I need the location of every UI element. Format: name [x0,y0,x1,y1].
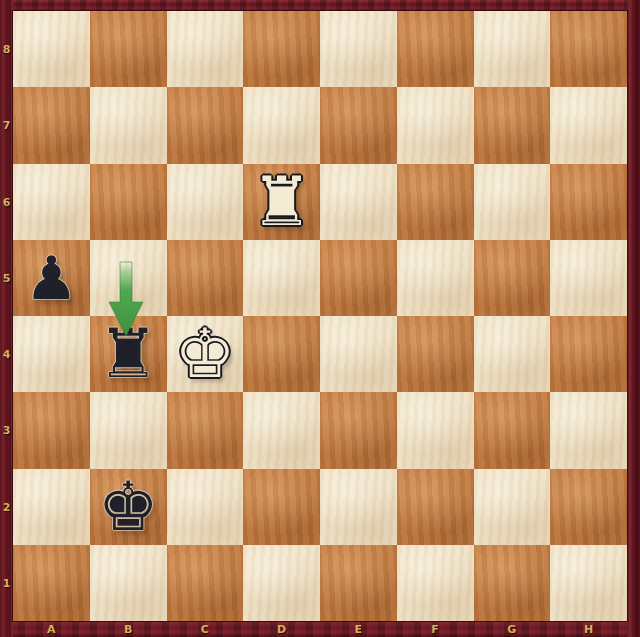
board-border-right [627,0,640,637]
square-f1[interactable] [397,545,474,621]
square-h4[interactable] [550,316,627,392]
black-king-on-b2[interactable]: ♚ [90,469,167,545]
rank-label-3: 3 [3,424,11,437]
file-label-h: H [584,623,593,636]
square-f7[interactable] [397,87,474,163]
square-b8[interactable] [90,11,167,87]
white-king-on-c4[interactable]: ♚ [167,316,244,392]
rank-label-2: 2 [3,500,11,513]
square-f5[interactable] [397,240,474,316]
square-d8[interactable] [243,11,320,87]
square-e5[interactable] [320,240,397,316]
rank-label-1: 1 [3,576,11,589]
square-e6[interactable] [320,164,397,240]
board-border-top [0,0,640,11]
square-f3[interactable] [397,392,474,468]
square-f8[interactable] [397,11,474,87]
square-h6[interactable] [550,164,627,240]
black-pawn-on-a5[interactable]: ♟ [13,240,90,316]
square-c3[interactable] [167,392,244,468]
square-a7[interactable] [13,87,90,163]
rank-label-6: 6 [3,195,11,208]
square-g8[interactable] [474,11,551,87]
square-d1[interactable] [243,545,320,621]
rank-label-5: 5 [3,271,11,284]
square-g4[interactable] [474,316,551,392]
square-h2[interactable] [550,469,627,545]
square-g1[interactable] [474,545,551,621]
square-a3[interactable] [13,392,90,468]
white-rook-on-d6[interactable]: ♜ [243,164,320,240]
square-e8[interactable] [320,11,397,87]
square-b1[interactable] [90,545,167,621]
file-label-f: F [431,623,439,636]
square-e4[interactable] [320,316,397,392]
square-d7[interactable] [243,87,320,163]
square-h7[interactable] [550,87,627,163]
file-label-c: C [201,623,209,636]
square-d3[interactable] [243,392,320,468]
square-h5[interactable] [550,240,627,316]
square-f6[interactable] [397,164,474,240]
square-d2[interactable] [243,469,320,545]
square-a8[interactable] [13,11,90,87]
square-c2[interactable] [167,469,244,545]
square-g5[interactable] [474,240,551,316]
square-e2[interactable] [320,469,397,545]
square-e3[interactable] [320,392,397,468]
rank-labels: 87654321 [0,11,13,621]
square-c6[interactable] [167,164,244,240]
file-label-e: E [355,623,363,636]
square-c1[interactable] [167,545,244,621]
square-g6[interactable] [474,164,551,240]
square-b3[interactable] [90,392,167,468]
rank-label-8: 8 [3,43,11,56]
square-a2[interactable] [13,469,90,545]
square-f4[interactable] [397,316,474,392]
rank-label-4: 4 [3,348,11,361]
square-b6[interactable] [90,164,167,240]
file-labels: ABCDEFGH [13,621,627,637]
square-g3[interactable] [474,392,551,468]
file-label-d: D [277,623,286,636]
square-a6[interactable] [13,164,90,240]
square-h3[interactable] [550,392,627,468]
square-a1[interactable] [13,545,90,621]
square-h8[interactable] [550,11,627,87]
square-e1[interactable] [320,545,397,621]
square-g7[interactable] [474,87,551,163]
square-d5[interactable] [243,240,320,316]
square-g2[interactable] [474,469,551,545]
last-move-arrow-icon [106,260,146,338]
square-c5[interactable] [167,240,244,316]
file-label-a: A [47,623,56,636]
square-b7[interactable] [90,87,167,163]
chess-board-frame: ♜♟♜♚♚ 87654321 ABCDEFGH [0,0,640,637]
square-a4[interactable] [13,316,90,392]
square-d4[interactable] [243,316,320,392]
square-h1[interactable] [550,545,627,621]
rank-label-7: 7 [3,119,11,132]
square-c7[interactable] [167,87,244,163]
square-c8[interactable] [167,11,244,87]
file-label-b: B [124,623,132,636]
file-label-g: G [507,623,516,636]
square-f2[interactable] [397,469,474,545]
square-e7[interactable] [320,87,397,163]
